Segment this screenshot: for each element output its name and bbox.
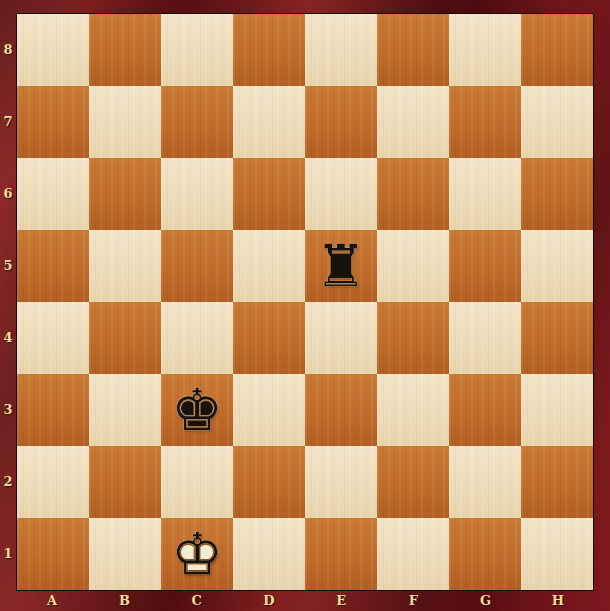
rank-label-8: 8 bbox=[0, 13, 16, 85]
square-h4[interactable] bbox=[521, 302, 593, 374]
square-c2[interactable] bbox=[161, 446, 233, 518]
square-c6[interactable] bbox=[161, 158, 233, 230]
square-a5[interactable] bbox=[17, 230, 89, 302]
square-g5[interactable] bbox=[449, 230, 521, 302]
square-c5[interactable] bbox=[161, 230, 233, 302]
square-e2[interactable] bbox=[305, 446, 377, 518]
square-d7[interactable] bbox=[233, 86, 305, 158]
file-label-f: F bbox=[377, 590, 449, 611]
square-b8[interactable] bbox=[89, 14, 161, 86]
square-a1[interactable] bbox=[17, 518, 89, 590]
square-f2[interactable] bbox=[377, 446, 449, 518]
square-a7[interactable] bbox=[17, 86, 89, 158]
square-e7[interactable] bbox=[305, 86, 377, 158]
square-d3[interactable] bbox=[233, 374, 305, 446]
file-label-a: A bbox=[16, 590, 88, 611]
square-b7[interactable] bbox=[89, 86, 161, 158]
square-h6[interactable] bbox=[521, 158, 593, 230]
square-d1[interactable] bbox=[233, 518, 305, 590]
piece-white-king-c1[interactable]: ♚♔ bbox=[161, 518, 233, 590]
square-g2[interactable] bbox=[449, 446, 521, 518]
file-label-e: E bbox=[305, 590, 377, 611]
rank-label-2: 2 bbox=[0, 445, 16, 517]
file-label-h: H bbox=[522, 590, 594, 611]
rank-label-3: 3 bbox=[0, 373, 16, 445]
rank-label-7: 7 bbox=[0, 85, 16, 157]
square-d4[interactable] bbox=[233, 302, 305, 374]
square-a4[interactable] bbox=[17, 302, 89, 374]
square-b3[interactable] bbox=[89, 374, 161, 446]
rank-label-4: 4 bbox=[0, 301, 16, 373]
square-d5[interactable] bbox=[233, 230, 305, 302]
square-g7[interactable] bbox=[449, 86, 521, 158]
square-g6[interactable] bbox=[449, 158, 521, 230]
square-e6[interactable] bbox=[305, 158, 377, 230]
square-c8[interactable] bbox=[161, 14, 233, 86]
piece-black-rook-e5[interactable]: ♜ bbox=[305, 230, 377, 302]
square-c1[interactable]: ♚♔ bbox=[161, 518, 233, 590]
square-b2[interactable] bbox=[89, 446, 161, 518]
square-f3[interactable] bbox=[377, 374, 449, 446]
black-king-glyph: ♚ bbox=[161, 374, 233, 446]
file-labels: ABCDEFGH bbox=[16, 590, 594, 611]
square-f6[interactable] bbox=[377, 158, 449, 230]
square-a8[interactable] bbox=[17, 14, 89, 86]
square-h5[interactable] bbox=[521, 230, 593, 302]
board: ♜♚♚♔ bbox=[16, 13, 594, 591]
square-e1[interactable] bbox=[305, 518, 377, 590]
square-d8[interactable] bbox=[233, 14, 305, 86]
square-e3[interactable] bbox=[305, 374, 377, 446]
square-a2[interactable] bbox=[17, 446, 89, 518]
square-e4[interactable] bbox=[305, 302, 377, 374]
chess-board-window: ♜♚♚♔ 87654321 ABCDEFGH bbox=[0, 0, 610, 611]
square-f8[interactable] bbox=[377, 14, 449, 86]
square-f4[interactable] bbox=[377, 302, 449, 374]
square-c7[interactable] bbox=[161, 86, 233, 158]
rank-label-5: 5 bbox=[0, 229, 16, 301]
white-king-outline-glyph: ♔ bbox=[161, 518, 233, 590]
square-g3[interactable] bbox=[449, 374, 521, 446]
square-c4[interactable] bbox=[161, 302, 233, 374]
square-b6[interactable] bbox=[89, 158, 161, 230]
square-h8[interactable] bbox=[521, 14, 593, 86]
square-e8[interactable] bbox=[305, 14, 377, 86]
square-h2[interactable] bbox=[521, 446, 593, 518]
square-g8[interactable] bbox=[449, 14, 521, 86]
square-c3[interactable]: ♚ bbox=[161, 374, 233, 446]
square-g1[interactable] bbox=[449, 518, 521, 590]
square-b1[interactable] bbox=[89, 518, 161, 590]
square-h1[interactable] bbox=[521, 518, 593, 590]
square-g4[interactable] bbox=[449, 302, 521, 374]
square-f7[interactable] bbox=[377, 86, 449, 158]
square-b5[interactable] bbox=[89, 230, 161, 302]
piece-black-king-c3[interactable]: ♚ bbox=[161, 374, 233, 446]
square-f5[interactable] bbox=[377, 230, 449, 302]
file-label-b: B bbox=[88, 590, 160, 611]
file-label-d: D bbox=[233, 590, 305, 611]
rank-label-1: 1 bbox=[0, 517, 16, 589]
square-d2[interactable] bbox=[233, 446, 305, 518]
file-label-c: C bbox=[161, 590, 233, 611]
square-a6[interactable] bbox=[17, 158, 89, 230]
square-f1[interactable] bbox=[377, 518, 449, 590]
file-label-g: G bbox=[450, 590, 522, 611]
square-h3[interactable] bbox=[521, 374, 593, 446]
square-b4[interactable] bbox=[89, 302, 161, 374]
square-e5[interactable]: ♜ bbox=[305, 230, 377, 302]
rank-labels: 87654321 bbox=[0, 13, 16, 589]
square-a3[interactable] bbox=[17, 374, 89, 446]
rank-label-6: 6 bbox=[0, 157, 16, 229]
black-rook-glyph: ♜ bbox=[305, 230, 377, 302]
square-h7[interactable] bbox=[521, 86, 593, 158]
square-d6[interactable] bbox=[233, 158, 305, 230]
